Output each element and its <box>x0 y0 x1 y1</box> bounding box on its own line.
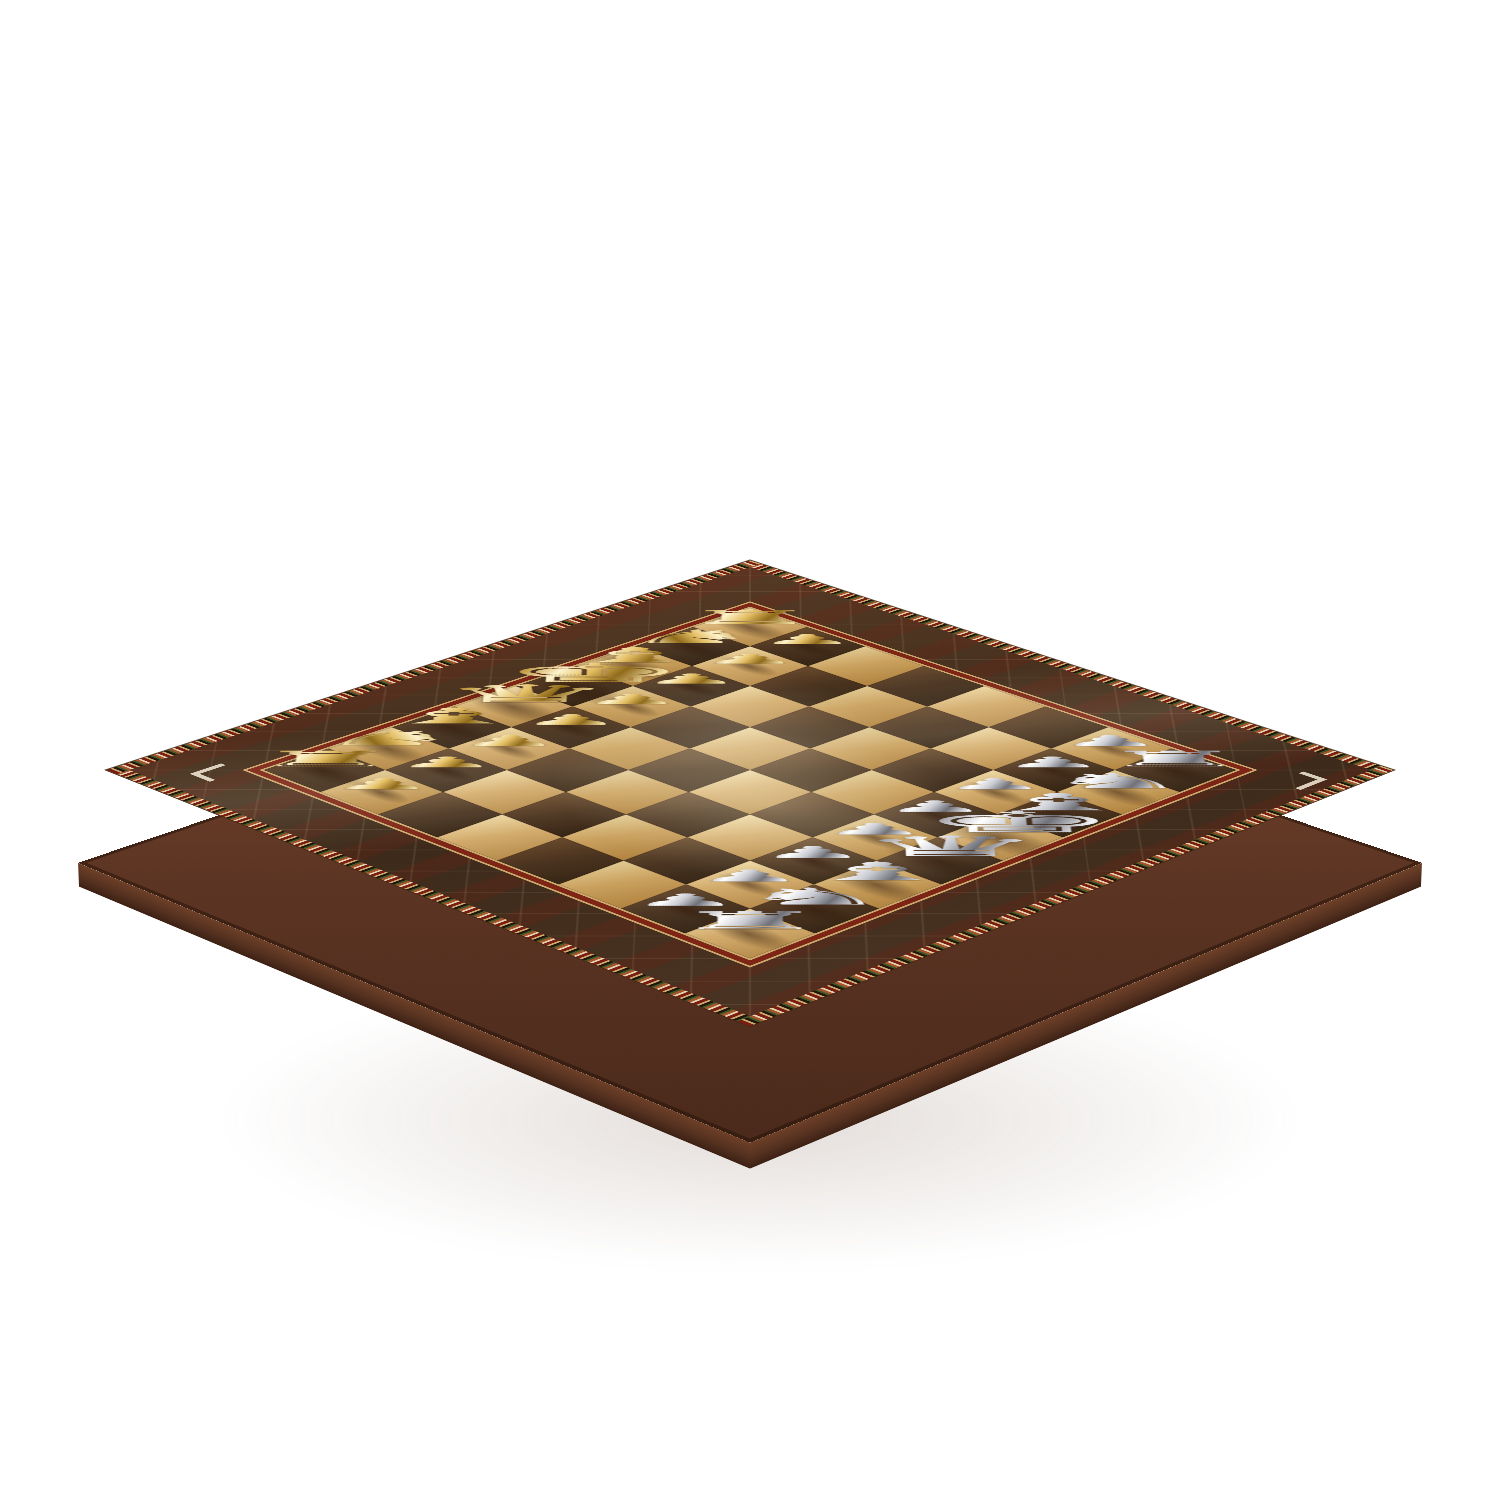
corner-motif-east <box>1277 772 1328 790</box>
product-photo: ♜♞♟♝♟♛♟♚♟♝♟♞♟♟♜♟♟♜♟♟♞♟♝♟♛♟♚♟♝♟♞♜ <box>0 0 1500 1500</box>
piece-black-rook-a8[interactable]: ♜ <box>664 751 835 933</box>
piece-white-pawn-a2[interactable]: ♟ <box>301 673 463 792</box>
chess-set-scene: ♜♞♟♝♟♛♟♚♟♝♟♞♟♟♜♟♟♜♟♟♞♟♝♟♛♟♚♟♝♟♞♜ <box>0 0 1500 1500</box>
corner-motif-west <box>190 763 242 781</box>
